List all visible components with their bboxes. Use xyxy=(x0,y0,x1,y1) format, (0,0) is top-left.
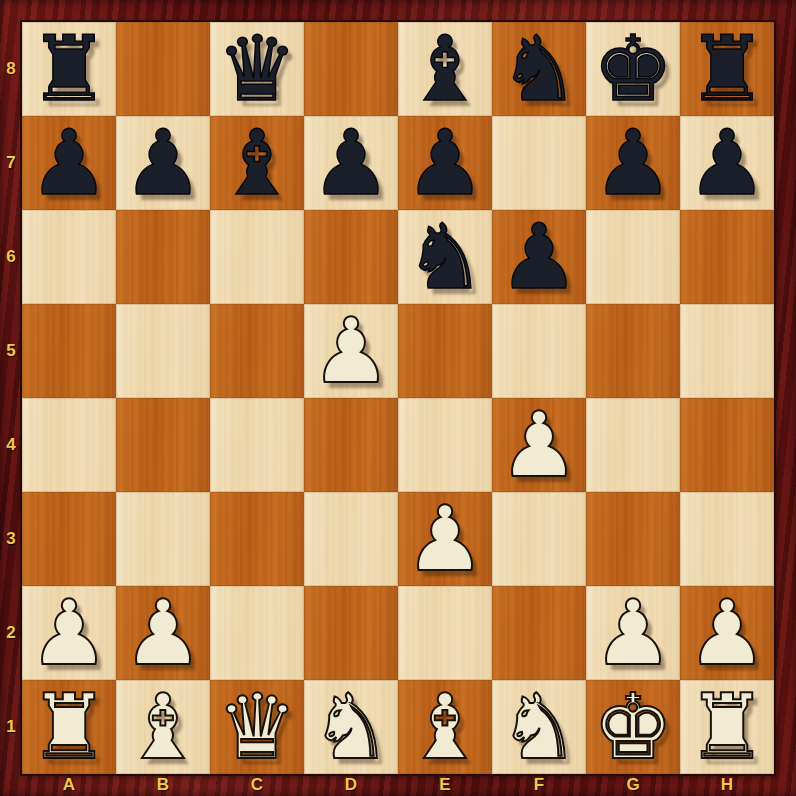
square-d3[interactable] xyxy=(304,492,398,586)
square-e7[interactable]: ♟ xyxy=(398,116,492,210)
rank-label-4: 4 xyxy=(0,398,22,492)
file-label-e: E xyxy=(398,774,492,796)
rank-label-1: 1 xyxy=(0,680,22,774)
square-a7[interactable]: ♟ xyxy=(22,116,116,210)
square-h4[interactable] xyxy=(680,398,774,492)
black-pawn-a7[interactable]: ♟ xyxy=(29,116,110,210)
square-b6[interactable] xyxy=(116,210,210,304)
white-queen-c1[interactable]: ♛ xyxy=(217,680,298,774)
rank-label-7: 7 xyxy=(0,116,22,210)
square-b8[interactable] xyxy=(116,22,210,116)
white-pawn-h2[interactable]: ♟ xyxy=(687,586,768,680)
board-frame: 87654321 ♜♛♝♞♚♜♟♟♝♟♟♟♟♞♟♟♟♟♟♟♟♟♜♝♛♞♝♞♚♜ … xyxy=(0,0,796,796)
square-a2[interactable]: ♟ xyxy=(22,586,116,680)
square-g2[interactable]: ♟ xyxy=(586,586,680,680)
square-e5[interactable] xyxy=(398,304,492,398)
white-knight-f1[interactable]: ♞ xyxy=(499,680,580,774)
white-bishop-e1[interactable]: ♝ xyxy=(405,680,486,774)
square-a8[interactable]: ♜ xyxy=(22,22,116,116)
square-b4[interactable] xyxy=(116,398,210,492)
square-h3[interactable] xyxy=(680,492,774,586)
square-f3[interactable] xyxy=(492,492,586,586)
rank-label-3: 3 xyxy=(0,492,22,586)
square-c2[interactable] xyxy=(210,586,304,680)
square-g3[interactable] xyxy=(586,492,680,586)
square-g7[interactable]: ♟ xyxy=(586,116,680,210)
black-pawn-h7[interactable]: ♟ xyxy=(687,116,768,210)
white-pawn-d5[interactable]: ♟ xyxy=(311,304,392,398)
white-pawn-a2[interactable]: ♟ xyxy=(29,586,110,680)
white-pawn-g2[interactable]: ♟ xyxy=(593,586,674,680)
square-b1[interactable]: ♝ xyxy=(116,680,210,774)
square-d8[interactable] xyxy=(304,22,398,116)
square-h7[interactable]: ♟ xyxy=(680,116,774,210)
black-knight-f8[interactable]: ♞ xyxy=(499,22,580,116)
square-e1[interactable]: ♝ xyxy=(398,680,492,774)
square-d2[interactable] xyxy=(304,586,398,680)
square-d7[interactable]: ♟ xyxy=(304,116,398,210)
file-label-d: D xyxy=(304,774,398,796)
white-pawn-b2[interactable]: ♟ xyxy=(123,586,204,680)
square-h6[interactable] xyxy=(680,210,774,304)
square-g1[interactable]: ♚ xyxy=(586,680,680,774)
square-d1[interactable]: ♞ xyxy=(304,680,398,774)
white-bishop-b1[interactable]: ♝ xyxy=(123,680,204,774)
black-king-g8[interactable]: ♚ xyxy=(593,22,674,116)
file-label-b: B xyxy=(116,774,210,796)
square-a6[interactable] xyxy=(22,210,116,304)
file-labels: ABCDEFGH xyxy=(22,774,774,796)
black-bishop-e8[interactable]: ♝ xyxy=(405,22,486,116)
file-label-c: C xyxy=(210,774,304,796)
square-e4[interactable] xyxy=(398,398,492,492)
square-c4[interactable] xyxy=(210,398,304,492)
square-c8[interactable]: ♛ xyxy=(210,22,304,116)
square-d5[interactable]: ♟ xyxy=(304,304,398,398)
white-rook-h1[interactable]: ♜ xyxy=(687,680,768,774)
square-g6[interactable] xyxy=(586,210,680,304)
square-c1[interactable]: ♛ xyxy=(210,680,304,774)
square-e3[interactable]: ♟ xyxy=(398,492,492,586)
square-b3[interactable] xyxy=(116,492,210,586)
square-h8[interactable]: ♜ xyxy=(680,22,774,116)
black-queen-c8[interactable]: ♛ xyxy=(217,22,298,116)
file-label-a: A xyxy=(22,774,116,796)
square-a3[interactable] xyxy=(22,492,116,586)
square-f4[interactable]: ♟ xyxy=(492,398,586,492)
black-pawn-g7[interactable]: ♟ xyxy=(593,116,674,210)
chess-board: ♜♛♝♞♚♜♟♟♝♟♟♟♟♞♟♟♟♟♟♟♟♟♜♝♛♞♝♞♚♜ xyxy=(22,22,774,774)
white-king-g1[interactable]: ♚ xyxy=(593,680,674,774)
rank-label-5: 5 xyxy=(0,304,22,398)
square-g5[interactable] xyxy=(586,304,680,398)
file-label-f: F xyxy=(492,774,586,796)
square-b5[interactable] xyxy=(116,304,210,398)
rank-labels: 87654321 xyxy=(0,22,22,774)
white-pawn-e3[interactable]: ♟ xyxy=(405,492,486,586)
square-f7[interactable] xyxy=(492,116,586,210)
white-rook-a1[interactable]: ♜ xyxy=(29,680,110,774)
white-knight-d1[interactable]: ♞ xyxy=(311,680,392,774)
square-f5[interactable] xyxy=(492,304,586,398)
square-b7[interactable]: ♟ xyxy=(116,116,210,210)
square-g8[interactable]: ♚ xyxy=(586,22,680,116)
square-c6[interactable] xyxy=(210,210,304,304)
black-bishop-c7[interactable]: ♝ xyxy=(217,116,298,210)
square-e8[interactable]: ♝ xyxy=(398,22,492,116)
square-h2[interactable]: ♟ xyxy=(680,586,774,680)
square-a4[interactable] xyxy=(22,398,116,492)
black-rook-h8[interactable]: ♜ xyxy=(687,22,768,116)
black-pawn-e7[interactable]: ♟ xyxy=(405,116,486,210)
file-label-h: H xyxy=(680,774,774,796)
square-c3[interactable] xyxy=(210,492,304,586)
square-d6[interactable] xyxy=(304,210,398,304)
rank-label-6: 6 xyxy=(0,210,22,304)
rank-label-8: 8 xyxy=(0,22,22,116)
rank-label-2: 2 xyxy=(0,586,22,680)
black-knight-e6[interactable]: ♞ xyxy=(405,210,486,304)
square-c5[interactable] xyxy=(210,304,304,398)
black-rook-a8[interactable]: ♜ xyxy=(29,22,110,116)
black-pawn-f6[interactable]: ♟ xyxy=(499,210,580,304)
square-f2[interactable] xyxy=(492,586,586,680)
black-pawn-b7[interactable]: ♟ xyxy=(123,116,204,210)
square-d4[interactable] xyxy=(304,398,398,492)
square-a1[interactable]: ♜ xyxy=(22,680,116,774)
black-pawn-d7[interactable]: ♟ xyxy=(311,116,392,210)
square-e6[interactable]: ♞ xyxy=(398,210,492,304)
square-c7[interactable]: ♝ xyxy=(210,116,304,210)
square-g4[interactable] xyxy=(586,398,680,492)
square-a5[interactable] xyxy=(22,304,116,398)
square-f8[interactable]: ♞ xyxy=(492,22,586,116)
square-f6[interactable]: ♟ xyxy=(492,210,586,304)
file-label-g: G xyxy=(586,774,680,796)
square-f1[interactable]: ♞ xyxy=(492,680,586,774)
square-b2[interactable]: ♟ xyxy=(116,586,210,680)
square-e2[interactable] xyxy=(398,586,492,680)
square-h1[interactable]: ♜ xyxy=(680,680,774,774)
square-h5[interactable] xyxy=(680,304,774,398)
white-pawn-f4[interactable]: ♟ xyxy=(499,398,580,492)
